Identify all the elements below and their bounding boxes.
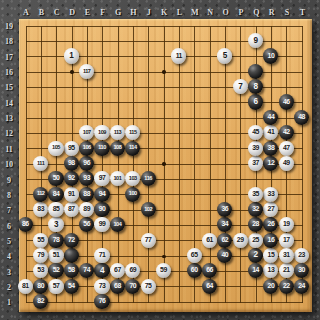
- move-number: 13: [268, 267, 275, 274]
- move-number: 89: [83, 206, 90, 213]
- black-stone-B8[interactable]: 112: [33, 187, 48, 202]
- move-number: 32: [252, 206, 259, 213]
- move-number: 103: [129, 176, 137, 182]
- move-number: 87: [68, 206, 75, 213]
- move-number: 49: [283, 160, 290, 167]
- row-label-14: 14: [5, 98, 13, 107]
- white-stone-P15[interactable]: 7: [233, 79, 248, 94]
- move-number: 72: [68, 237, 75, 244]
- move-number: 31: [283, 252, 290, 259]
- column-label-T: T: [300, 7, 305, 16]
- star-point-K4: [162, 255, 165, 258]
- column-label-F: F: [100, 7, 105, 16]
- move-number: 1: [69, 52, 73, 60]
- move-number: 33: [268, 191, 275, 198]
- move-number: 14: [252, 267, 259, 274]
- move-number: 73: [99, 283, 106, 290]
- black-stone-D4[interactable]: [64, 248, 79, 263]
- move-number: 77: [145, 237, 152, 244]
- move-number: 10: [268, 53, 275, 60]
- row-label-2: 2: [7, 282, 11, 291]
- white-stone-S4[interactable]: 31: [279, 248, 294, 263]
- black-stone-F8[interactable]: 94: [94, 187, 109, 202]
- move-number: 83: [37, 206, 44, 213]
- white-stone-A2[interactable]: 81: [18, 279, 33, 294]
- column-label-O: O: [222, 7, 228, 16]
- move-number: 48: [298, 114, 305, 121]
- move-number: 98: [68, 160, 75, 167]
- column-label-M: M: [191, 7, 199, 16]
- move-number: 5: [223, 52, 227, 60]
- row-label-17: 17: [5, 52, 13, 61]
- move-number: 42: [283, 129, 290, 136]
- white-stone-S11[interactable]: 47: [279, 141, 294, 156]
- move-number: 41: [268, 129, 275, 136]
- move-number: 109: [98, 130, 106, 136]
- move-number: 47: [283, 145, 290, 152]
- white-stone-S5[interactable]: 17: [279, 233, 294, 248]
- move-number: 91: [68, 191, 75, 198]
- move-number: 36: [222, 206, 229, 213]
- move-number: 26: [268, 221, 275, 228]
- black-stone-H2[interactable]: 70: [125, 279, 140, 294]
- move-number: 50: [53, 175, 60, 182]
- move-number: 20: [268, 283, 275, 290]
- black-stone-F1[interactable]: 76: [94, 294, 109, 309]
- move-number: 24: [298, 283, 305, 290]
- white-stone-F4[interactable]: 71: [94, 248, 109, 263]
- black-stone-J7[interactable]: 102: [141, 202, 156, 217]
- move-number: 56: [83, 221, 90, 228]
- move-number: 115: [129, 130, 137, 136]
- move-number: 97: [99, 175, 106, 182]
- grid-line-horizontal: [26, 302, 303, 303]
- black-stone-N2[interactable]: 64: [202, 279, 217, 294]
- white-stone-C2[interactable]: 57: [48, 279, 63, 294]
- white-stone-C6[interactable]: 3: [48, 217, 63, 232]
- black-stone-T2[interactable]: 24: [294, 279, 309, 294]
- white-stone-S10[interactable]: 49: [279, 156, 294, 171]
- row-label-8: 8: [7, 190, 11, 199]
- move-number: 3: [54, 221, 58, 229]
- move-number: 107: [83, 130, 91, 136]
- move-number: 4: [100, 267, 104, 275]
- white-stone-O17[interactable]: 5: [217, 48, 232, 63]
- black-stone-R17[interactable]: 10: [263, 48, 278, 63]
- move-number: 85: [53, 206, 60, 213]
- move-number: 58: [68, 267, 75, 274]
- white-stone-Q11[interactable]: 39: [248, 141, 263, 156]
- star-point-K10: [162, 162, 165, 165]
- move-number: 35: [252, 191, 259, 198]
- move-number: 106: [83, 145, 91, 151]
- white-stone-Q8[interactable]: 35: [248, 187, 263, 202]
- move-number: 90: [99, 206, 106, 213]
- move-number: 52: [53, 267, 60, 274]
- move-number: 104: [113, 222, 121, 228]
- row-label-9: 9: [7, 175, 11, 184]
- move-number: 16: [268, 237, 275, 244]
- row-label-13: 13: [5, 114, 13, 123]
- white-stone-L17[interactable]: 11: [171, 48, 186, 63]
- white-stone-C11[interactable]: 105: [48, 141, 63, 156]
- move-number: 68: [114, 283, 121, 290]
- move-number: 60: [191, 267, 198, 274]
- move-number: 37: [252, 160, 259, 167]
- row-label-4: 4: [7, 252, 11, 261]
- move-number: 12: [268, 160, 275, 167]
- white-stone-J5[interactable]: 77: [141, 233, 156, 248]
- white-stone-Q5[interactable]: 25: [248, 233, 263, 248]
- row-label-11: 11: [5, 144, 13, 153]
- move-number: 113: [114, 130, 122, 136]
- move-number: 88: [83, 191, 90, 198]
- move-number: 117: [83, 69, 91, 75]
- black-stone-B2[interactable]: 80: [33, 279, 48, 294]
- column-label-G: G: [115, 7, 121, 16]
- column-label-P: P: [238, 7, 243, 16]
- white-stone-F12[interactable]: 109: [94, 125, 109, 140]
- move-number: 27: [268, 206, 275, 213]
- row-label-18: 18: [5, 37, 13, 46]
- white-stone-D17[interactable]: 1: [64, 48, 79, 63]
- black-stone-E8[interactable]: 88: [79, 187, 94, 202]
- move-number: 25: [252, 237, 259, 244]
- row-label-5: 5: [7, 236, 11, 245]
- black-stone-J9[interactable]: 116: [141, 171, 156, 186]
- move-number: 44: [268, 114, 275, 121]
- move-number: 21: [283, 267, 290, 274]
- move-number: 46: [283, 99, 290, 106]
- move-number: 19: [283, 221, 290, 228]
- move-number: 66: [206, 267, 213, 274]
- column-label-J: J: [147, 7, 151, 16]
- white-stone-N5[interactable]: 61: [202, 233, 217, 248]
- black-stone-Q14[interactable]: 6: [248, 94, 263, 109]
- column-label-H: H: [130, 7, 136, 16]
- move-number: 34: [222, 221, 229, 228]
- move-number: 7: [238, 83, 242, 91]
- move-number: 116: [144, 176, 152, 182]
- move-number: 8: [254, 83, 258, 91]
- move-number: 17: [283, 237, 290, 244]
- move-number: 6: [254, 98, 258, 106]
- move-number: 40: [222, 252, 229, 259]
- row-label-1: 1: [7, 298, 11, 307]
- move-number: 76: [99, 298, 106, 305]
- move-number: 22: [283, 283, 290, 290]
- black-stone-S14[interactable]: 46: [279, 94, 294, 109]
- black-stone-S2[interactable]: 22: [279, 279, 294, 294]
- row-label-15: 15: [5, 83, 13, 92]
- grid-line-vertical: [179, 26, 180, 303]
- black-stone-F11[interactable]: 110: [94, 141, 109, 156]
- move-number: 64: [206, 283, 213, 290]
- move-number: 11: [176, 53, 182, 60]
- move-number: 59: [160, 267, 167, 274]
- white-stone-B5[interactable]: 55: [33, 233, 48, 248]
- move-number: 99: [99, 221, 106, 228]
- move-number: 94: [99, 191, 106, 198]
- move-number: 53: [37, 267, 44, 274]
- move-number: 30: [298, 267, 305, 274]
- move-number: 65: [191, 252, 198, 259]
- move-number: 38: [268, 145, 275, 152]
- white-stone-F2[interactable]: 73: [94, 279, 109, 294]
- move-number: 61: [206, 237, 213, 244]
- white-stone-Q10[interactable]: 37: [248, 156, 263, 171]
- move-number: 75: [145, 283, 152, 290]
- go-kifu-screenshot: ABCDEFGHJKLMNOPQRST191817161514131211109…: [0, 0, 320, 320]
- white-stone-M4[interactable]: 65: [187, 248, 202, 263]
- move-number: 105: [52, 145, 60, 151]
- white-stone-C4[interactable]: 51: [48, 248, 63, 263]
- move-number: 96: [83, 160, 90, 167]
- white-stone-D11[interactable]: 95: [64, 141, 79, 156]
- black-stone-C9[interactable]: 50: [48, 171, 63, 186]
- black-stone-D2[interactable]: 54: [64, 279, 79, 294]
- move-number: 81: [22, 283, 29, 290]
- column-label-S: S: [285, 7, 289, 16]
- move-number: 51: [53, 252, 60, 259]
- white-stone-J2[interactable]: 75: [141, 279, 156, 294]
- black-stone-D10[interactable]: 98: [64, 156, 79, 171]
- row-label-19: 19: [5, 22, 13, 31]
- column-label-B: B: [39, 7, 44, 16]
- white-stone-F9[interactable]: 97: [94, 171, 109, 186]
- move-number: 67: [114, 267, 121, 274]
- white-stone-C7[interactable]: 85: [48, 202, 63, 217]
- move-number: 79: [37, 252, 44, 259]
- row-label-3: 3: [7, 267, 11, 276]
- white-stone-D8[interactable]: 91: [64, 187, 79, 202]
- move-number: 29: [237, 237, 244, 244]
- black-stone-H11[interactable]: 114: [125, 141, 140, 156]
- column-label-K: K: [161, 7, 167, 16]
- move-number: 62: [222, 237, 229, 244]
- black-stone-C5[interactable]: 78: [48, 233, 63, 248]
- move-number: 54: [68, 283, 75, 290]
- move-number: 74: [83, 267, 90, 274]
- move-number: 86: [22, 221, 29, 228]
- move-number: 110: [98, 145, 106, 151]
- black-stone-D5[interactable]: 72: [64, 233, 79, 248]
- row-label-12: 12: [5, 129, 13, 138]
- move-number: 100: [129, 191, 137, 197]
- move-number: 57: [53, 283, 60, 290]
- move-number: 2: [254, 251, 258, 259]
- move-number: 112: [37, 191, 45, 197]
- move-number: 39: [252, 145, 259, 152]
- black-stone-E11[interactable]: 106: [79, 141, 94, 156]
- grid-line-vertical: [210, 26, 211, 303]
- column-label-N: N: [207, 7, 213, 16]
- move-number: 78: [53, 237, 60, 244]
- move-number: 95: [68, 145, 75, 152]
- black-stone-C3[interactable]: 52: [48, 263, 63, 278]
- star-point-K16: [162, 70, 165, 73]
- row-label-7: 7: [7, 206, 11, 215]
- move-number: 28: [252, 221, 259, 228]
- move-number: 69: [129, 267, 136, 274]
- move-number: 101: [113, 176, 121, 182]
- move-number: 92: [68, 175, 75, 182]
- black-stone-G11[interactable]: 108: [110, 141, 125, 156]
- row-label-10: 10: [5, 160, 13, 169]
- white-stone-F6[interactable]: 99: [94, 217, 109, 232]
- white-stone-D7[interactable]: 87: [64, 202, 79, 217]
- move-number: 71: [99, 252, 106, 259]
- move-number: 23: [298, 252, 305, 259]
- black-stone-Q16[interactable]: [248, 64, 263, 79]
- move-number: 102: [144, 207, 152, 213]
- star-point-D16: [70, 70, 73, 73]
- black-stone-H8[interactable]: 100: [125, 187, 140, 202]
- move-number: 70: [129, 283, 136, 290]
- black-stone-F7[interactable]: 90: [94, 202, 109, 217]
- column-label-C: C: [54, 7, 60, 16]
- move-number: 108: [113, 145, 121, 151]
- move-number: 45: [252, 129, 259, 136]
- white-stone-P5[interactable]: 29: [233, 233, 248, 248]
- move-number: 15: [268, 252, 275, 259]
- move-number: 82: [37, 298, 44, 305]
- move-number: 93: [83, 175, 90, 182]
- column-label-Q: Q: [253, 7, 259, 16]
- column-label-E: E: [85, 7, 90, 16]
- black-stone-G2[interactable]: 68: [110, 279, 125, 294]
- column-label-R: R: [269, 7, 275, 16]
- row-label-16: 16: [5, 68, 13, 77]
- move-number: 9: [254, 37, 258, 45]
- row-label-6: 6: [7, 221, 11, 230]
- black-stone-C8[interactable]: 84: [48, 187, 63, 202]
- black-stone-S12[interactable]: 42: [279, 125, 294, 140]
- move-number: 80: [37, 283, 44, 290]
- move-number: 111: [37, 161, 44, 167]
- column-label-D: D: [69, 7, 75, 16]
- grid-line-vertical: [240, 26, 241, 303]
- move-number: 114: [129, 145, 137, 151]
- column-label-L: L: [177, 7, 182, 16]
- black-stone-F3[interactable]: 4: [94, 263, 109, 278]
- move-number: 84: [53, 191, 60, 198]
- move-number: 55: [37, 237, 44, 244]
- column-label-A: A: [23, 7, 29, 16]
